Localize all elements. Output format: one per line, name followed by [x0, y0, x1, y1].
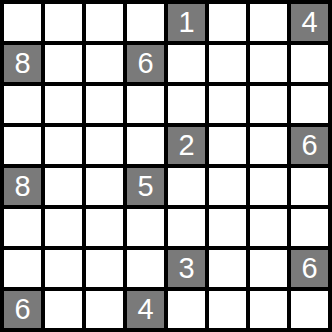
- empty-cell-r8c8[interactable]: [291, 291, 328, 328]
- empty-cell-r7c1[interactable]: [4, 250, 41, 287]
- puzzle-board: 148626853664: [0, 0, 332, 332]
- empty-cell-r6c5[interactable]: [168, 209, 205, 246]
- clue-cell-r7c5: 3: [168, 250, 205, 287]
- empty-cell-r4c3[interactable]: [86, 127, 123, 164]
- empty-cell-r1c4[interactable]: [127, 4, 164, 41]
- empty-cell-r8c7[interactable]: [250, 291, 287, 328]
- empty-cell-r3c7[interactable]: [250, 86, 287, 123]
- empty-cell-r1c1[interactable]: [4, 4, 41, 41]
- empty-cell-r7c4[interactable]: [127, 250, 164, 287]
- empty-cell-r8c2[interactable]: [45, 291, 82, 328]
- empty-cell-r4c4[interactable]: [127, 127, 164, 164]
- clue-cell-r5c1: 8: [4, 168, 41, 205]
- empty-cell-r7c6[interactable]: [209, 250, 246, 287]
- empty-cell-r2c5[interactable]: [168, 45, 205, 82]
- empty-cell-r5c5[interactable]: [168, 168, 205, 205]
- empty-cell-r4c7[interactable]: [250, 127, 287, 164]
- clue-cell-r7c8: 6: [291, 250, 328, 287]
- empty-cell-r6c6[interactable]: [209, 209, 246, 246]
- empty-cell-r5c6[interactable]: [209, 168, 246, 205]
- empty-cell-r4c2[interactable]: [45, 127, 82, 164]
- empty-cell-r3c8[interactable]: [291, 86, 328, 123]
- empty-cell-r3c2[interactable]: [45, 86, 82, 123]
- empty-cell-r2c2[interactable]: [45, 45, 82, 82]
- clue-cell-r1c5: 1: [168, 4, 205, 41]
- empty-cell-r7c3[interactable]: [86, 250, 123, 287]
- empty-cell-r2c6[interactable]: [209, 45, 246, 82]
- empty-cell-r3c3[interactable]: [86, 86, 123, 123]
- empty-cell-r6c8[interactable]: [291, 209, 328, 246]
- empty-cell-r3c4[interactable]: [127, 86, 164, 123]
- clue-cell-r4c5: 2: [168, 127, 205, 164]
- clue-cell-r5c4: 5: [127, 168, 164, 205]
- clue-cell-r8c4: 4: [127, 291, 164, 328]
- empty-cell-r7c7[interactable]: [250, 250, 287, 287]
- empty-cell-r8c6[interactable]: [209, 291, 246, 328]
- clue-cell-r2c4: 6: [127, 45, 164, 82]
- empty-cell-r6c4[interactable]: [127, 209, 164, 246]
- empty-cell-r7c2[interactable]: [45, 250, 82, 287]
- empty-cell-r6c3[interactable]: [86, 209, 123, 246]
- empty-cell-r8c3[interactable]: [86, 291, 123, 328]
- empty-cell-r1c3[interactable]: [86, 4, 123, 41]
- empty-cell-r5c7[interactable]: [250, 168, 287, 205]
- empty-cell-r4c6[interactable]: [209, 127, 246, 164]
- clue-cell-r2c1: 8: [4, 45, 41, 82]
- empty-cell-r4c1[interactable]: [4, 127, 41, 164]
- empty-cell-r1c6[interactable]: [209, 4, 246, 41]
- empty-cell-r1c2[interactable]: [45, 4, 82, 41]
- empty-cell-r1c7[interactable]: [250, 4, 287, 41]
- empty-cell-r6c2[interactable]: [45, 209, 82, 246]
- empty-cell-r2c8[interactable]: [291, 45, 328, 82]
- clue-cell-r8c1: 6: [4, 291, 41, 328]
- clue-cell-r4c8: 6: [291, 127, 328, 164]
- empty-cell-r3c5[interactable]: [168, 86, 205, 123]
- empty-cell-r3c1[interactable]: [4, 86, 41, 123]
- empty-cell-r8c5[interactable]: [168, 291, 205, 328]
- empty-cell-r5c3[interactable]: [86, 168, 123, 205]
- empty-cell-r5c2[interactable]: [45, 168, 82, 205]
- empty-cell-r6c7[interactable]: [250, 209, 287, 246]
- empty-cell-r5c8[interactable]: [291, 168, 328, 205]
- empty-cell-r3c6[interactable]: [209, 86, 246, 123]
- empty-cell-r2c3[interactable]: [86, 45, 123, 82]
- clue-cell-r1c8: 4: [291, 4, 328, 41]
- empty-cell-r6c1[interactable]: [4, 209, 41, 246]
- empty-cell-r2c7[interactable]: [250, 45, 287, 82]
